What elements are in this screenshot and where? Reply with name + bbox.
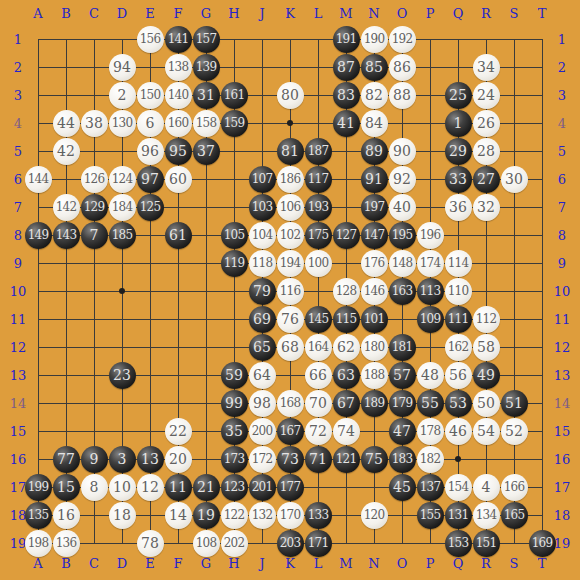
- black-stone-M14: 67: [333, 390, 360, 417]
- white-stone-F4: 160: [165, 110, 192, 137]
- white-stone-J15: 200: [249, 418, 276, 445]
- column-label-L: L: [304, 6, 332, 21]
- column-label-D: D: [108, 556, 136, 571]
- white-stone-R4: 26: [473, 110, 500, 137]
- white-stone-R12: 58: [473, 334, 500, 361]
- column-label-M: M: [332, 6, 360, 21]
- column-label-N: N: [360, 556, 388, 571]
- column-label-Q: Q: [444, 556, 472, 571]
- white-stone-M12: 62: [333, 334, 360, 361]
- board-grid: 1561411571911901929413813987858634215014…: [24, 25, 556, 557]
- black-stone-H4: 159: [221, 110, 248, 137]
- black-stone-J10: 79: [249, 278, 276, 305]
- black-stone-Q4: 1: [445, 110, 472, 137]
- white-stone-N4: 84: [361, 110, 388, 137]
- white-stone-P15: 178: [417, 418, 444, 445]
- black-stone-L18: 133: [305, 502, 332, 529]
- black-stone-H13: 59: [221, 362, 248, 389]
- white-stone-F16: 20: [165, 446, 192, 473]
- white-stone-N1: 190: [361, 26, 388, 53]
- black-stone-L19: 171: [305, 530, 332, 557]
- column-label-D: D: [108, 6, 136, 21]
- black-stone-M2: 87: [333, 54, 360, 81]
- column-label-E: E: [136, 556, 164, 571]
- white-stone-R15: 54: [473, 418, 500, 445]
- column-label-K: K: [276, 6, 304, 21]
- column-label-C: C: [80, 556, 108, 571]
- white-stone-O7: 40: [389, 194, 416, 221]
- black-stone-J6: 107: [249, 166, 276, 193]
- white-stone-N18: 120: [361, 502, 388, 529]
- black-stone-G5: 37: [193, 138, 220, 165]
- white-stone-O2: 86: [389, 54, 416, 81]
- white-stone-B4: 44: [53, 110, 80, 137]
- white-stone-D2: 94: [109, 54, 136, 81]
- white-stone-J8: 104: [249, 222, 276, 249]
- column-label-O: O: [388, 6, 416, 21]
- white-stone-G4: 158: [193, 110, 220, 137]
- column-label-G: G: [192, 6, 220, 21]
- black-stone-H14: 99: [221, 390, 248, 417]
- black-stone-J11: 69: [249, 306, 276, 333]
- column-label-H: H: [220, 556, 248, 571]
- white-stone-R5: 28: [473, 138, 500, 165]
- white-stone-D18: 18: [109, 502, 136, 529]
- black-stone-G17: 21: [193, 474, 220, 501]
- white-stone-H19: 202: [221, 530, 248, 557]
- white-stone-N12: 180: [361, 334, 388, 361]
- black-stone-M4: 41: [333, 110, 360, 137]
- white-stone-K9: 194: [277, 250, 304, 277]
- white-stone-L9: 100: [305, 250, 332, 277]
- white-stone-C6: 126: [81, 166, 108, 193]
- black-stone-O16: 183: [389, 446, 416, 473]
- column-label-A: A: [24, 6, 52, 21]
- black-stone-S18: 165: [501, 502, 528, 529]
- white-stone-F18: 14: [165, 502, 192, 529]
- black-stone-S14: 51: [501, 390, 528, 417]
- white-stone-N10: 146: [361, 278, 388, 305]
- black-stone-H15: 35: [221, 418, 248, 445]
- column-label-A: A: [24, 556, 52, 571]
- white-stone-M10: 128: [333, 278, 360, 305]
- white-stone-B5: 42: [53, 138, 80, 165]
- black-stone-T19: 169: [529, 530, 556, 557]
- black-stone-M8: 127: [333, 222, 360, 249]
- white-stone-A19: 198: [25, 530, 52, 557]
- black-stone-N14: 189: [361, 390, 388, 417]
- white-stone-M15: 74: [333, 418, 360, 445]
- white-stone-O6: 92: [389, 166, 416, 193]
- white-stone-K18: 170: [277, 502, 304, 529]
- black-stone-P14: 55: [417, 390, 444, 417]
- black-stone-C8: 7: [81, 222, 108, 249]
- black-stone-N5: 89: [361, 138, 388, 165]
- black-stone-O17: 45: [389, 474, 416, 501]
- black-stone-O8: 195: [389, 222, 416, 249]
- black-stone-R6: 27: [473, 166, 500, 193]
- black-stone-Q19: 153: [445, 530, 472, 557]
- black-stone-Q18: 131: [445, 502, 472, 529]
- black-stone-N2: 85: [361, 54, 388, 81]
- black-stone-Q11: 111: [445, 306, 472, 333]
- column-label-F: F: [164, 556, 192, 571]
- black-stone-N16: 75: [361, 446, 388, 473]
- white-stone-E4: 6: [137, 110, 164, 137]
- column-label-B: B: [52, 6, 80, 21]
- black-stone-H8: 105: [221, 222, 248, 249]
- black-stone-N6: 91: [361, 166, 388, 193]
- white-stone-G19: 108: [193, 530, 220, 557]
- black-stone-K17: 177: [277, 474, 304, 501]
- column-label-R: R: [472, 6, 500, 21]
- black-stone-A17: 199: [25, 474, 52, 501]
- white-stone-Q9: 114: [445, 250, 472, 277]
- black-stone-F5: 95: [165, 138, 192, 165]
- column-label-O: O: [388, 556, 416, 571]
- black-stone-N11: 101: [361, 306, 388, 333]
- white-stone-L15: 72: [305, 418, 332, 445]
- black-stone-O12: 181: [389, 334, 416, 361]
- black-stone-R13: 49: [473, 362, 500, 389]
- column-label-S: S: [500, 6, 528, 21]
- black-stone-A8: 149: [25, 222, 52, 249]
- black-stone-K19: 203: [277, 530, 304, 557]
- black-stone-O10: 163: [389, 278, 416, 305]
- white-stone-K10: 116: [277, 278, 304, 305]
- white-stone-O9: 148: [389, 250, 416, 277]
- black-stone-F1: 141: [165, 26, 192, 53]
- white-stone-R14: 50: [473, 390, 500, 417]
- white-stone-R11: 112: [473, 306, 500, 333]
- black-stone-G18: 19: [193, 502, 220, 529]
- black-stone-H3: 161: [221, 82, 248, 109]
- black-stone-L16: 71: [305, 446, 332, 473]
- white-stone-O5: 90: [389, 138, 416, 165]
- black-stone-L7: 193: [305, 194, 332, 221]
- column-label-S: S: [500, 556, 528, 571]
- column-label-F: F: [164, 6, 192, 21]
- black-stone-E7: 125: [137, 194, 164, 221]
- black-stone-R19: 151: [473, 530, 500, 557]
- column-label-Q: Q: [444, 6, 472, 21]
- white-stone-J13: 64: [249, 362, 276, 389]
- black-stone-J7: 103: [249, 194, 276, 221]
- white-stone-E1: 156: [137, 26, 164, 53]
- white-stone-K8: 102: [277, 222, 304, 249]
- white-stone-L14: 70: [305, 390, 332, 417]
- black-stone-G2: 139: [193, 54, 220, 81]
- black-stone-K16: 73: [277, 446, 304, 473]
- black-stone-D8: 185: [109, 222, 136, 249]
- white-stone-S15: 52: [501, 418, 528, 445]
- white-stone-D3: 2: [109, 82, 136, 109]
- black-stone-B8: 143: [53, 222, 80, 249]
- white-stone-K11: 76: [277, 306, 304, 333]
- black-stone-K5: 81: [277, 138, 304, 165]
- black-stone-F8: 61: [165, 222, 192, 249]
- white-stone-D4: 130: [109, 110, 136, 137]
- black-stone-G3: 31: [193, 82, 220, 109]
- black-stone-H9: 119: [221, 250, 248, 277]
- black-stone-M16: 121: [333, 446, 360, 473]
- white-stone-E3: 150: [137, 82, 164, 109]
- white-stone-B19: 136: [53, 530, 80, 557]
- white-stone-P16: 182: [417, 446, 444, 473]
- white-stone-L12: 164: [305, 334, 332, 361]
- white-stone-D7: 184: [109, 194, 136, 221]
- black-stone-Q5: 29: [445, 138, 472, 165]
- white-stone-E19: 78: [137, 530, 164, 557]
- white-stone-R3: 24: [473, 82, 500, 109]
- white-stone-J14: 98: [249, 390, 276, 417]
- column-label-G: G: [192, 556, 220, 571]
- black-stone-L6: 117: [305, 166, 332, 193]
- white-stone-Q13: 56: [445, 362, 472, 389]
- black-stone-O15: 47: [389, 418, 416, 445]
- white-stone-D17: 10: [109, 474, 136, 501]
- white-stone-O3: 88: [389, 82, 416, 109]
- column-label-K: K: [276, 556, 304, 571]
- column-label-H: H: [220, 6, 248, 21]
- black-stone-D16: 3: [109, 446, 136, 473]
- column-label-T: T: [528, 6, 556, 21]
- white-stone-J9: 118: [249, 250, 276, 277]
- black-stone-K15: 167: [277, 418, 304, 445]
- white-stone-J18: 132: [249, 502, 276, 529]
- black-stone-E6: 97: [137, 166, 164, 193]
- white-stone-K3: 80: [277, 82, 304, 109]
- black-stone-N7: 197: [361, 194, 388, 221]
- black-stone-C7: 129: [81, 194, 108, 221]
- black-stone-O13: 57: [389, 362, 416, 389]
- black-stone-N8: 147: [361, 222, 388, 249]
- black-stone-B17: 15: [53, 474, 80, 501]
- black-stone-D13: 23: [109, 362, 136, 389]
- black-stone-P17: 137: [417, 474, 444, 501]
- white-stone-K6: 186: [277, 166, 304, 193]
- white-stone-B18: 16: [53, 502, 80, 529]
- black-stone-Q3: 25: [445, 82, 472, 109]
- white-stone-A6: 144: [25, 166, 52, 193]
- white-stone-Q7: 36: [445, 194, 472, 221]
- white-stone-O1: 192: [389, 26, 416, 53]
- white-stone-R18: 134: [473, 502, 500, 529]
- white-stone-Q12: 162: [445, 334, 472, 361]
- white-stone-E5: 96: [137, 138, 164, 165]
- black-stone-M13: 63: [333, 362, 360, 389]
- white-stone-F2: 138: [165, 54, 192, 81]
- black-stone-Q14: 53: [445, 390, 472, 417]
- black-stone-A18: 135: [25, 502, 52, 529]
- white-stone-F3: 140: [165, 82, 192, 109]
- white-stone-S6: 30: [501, 166, 528, 193]
- black-stone-J17: 201: [249, 474, 276, 501]
- black-stone-M1: 191: [333, 26, 360, 53]
- white-stone-N9: 176: [361, 250, 388, 277]
- black-stone-M11: 115: [333, 306, 360, 333]
- black-stone-L8: 175: [305, 222, 332, 249]
- white-stone-D6: 124: [109, 166, 136, 193]
- white-stone-K14: 168: [277, 390, 304, 417]
- white-stone-P13: 48: [417, 362, 444, 389]
- column-label-J: J: [248, 6, 276, 21]
- column-label-N: N: [360, 6, 388, 21]
- white-stone-F6: 60: [165, 166, 192, 193]
- white-stone-R2: 34: [473, 54, 500, 81]
- column-label-R: R: [472, 556, 500, 571]
- white-stone-J16: 172: [249, 446, 276, 473]
- white-stone-K12: 68: [277, 334, 304, 361]
- go-board-diagram: ABCDEFGHJKLMNOPQRST ABCDEFGHJKLMNOPQRST …: [0, 0, 580, 580]
- column-label-P: P: [416, 6, 444, 21]
- black-stone-L5: 187: [305, 138, 332, 165]
- black-stone-L11: 145: [305, 306, 332, 333]
- column-label-T: T: [528, 556, 556, 571]
- black-stone-P11: 109: [417, 306, 444, 333]
- white-stone-E17: 12: [137, 474, 164, 501]
- white-stone-Q15: 46: [445, 418, 472, 445]
- white-stone-S17: 166: [501, 474, 528, 501]
- white-stone-F15: 22: [165, 418, 192, 445]
- black-stone-P18: 155: [417, 502, 444, 529]
- column-label-M: M: [332, 556, 360, 571]
- black-stone-P10: 113: [417, 278, 444, 305]
- black-stone-Q6: 33: [445, 166, 472, 193]
- column-labels-top: ABCDEFGHJKLMNOPQRST: [24, 6, 556, 21]
- column-label-L: L: [304, 556, 332, 571]
- white-stone-P9: 174: [417, 250, 444, 277]
- black-stone-G1: 157: [193, 26, 220, 53]
- black-stone-B16: 77: [53, 446, 80, 473]
- white-stone-B7: 142: [53, 194, 80, 221]
- column-label-B: B: [52, 556, 80, 571]
- black-stone-H17: 123: [221, 474, 248, 501]
- column-label-E: E: [136, 6, 164, 21]
- white-stone-N3: 82: [361, 82, 388, 109]
- black-stone-O14: 179: [389, 390, 416, 417]
- column-label-C: C: [80, 6, 108, 21]
- column-label-P: P: [416, 556, 444, 571]
- white-stone-C4: 38: [81, 110, 108, 137]
- white-stone-R7: 32: [473, 194, 500, 221]
- white-stone-H18: 122: [221, 502, 248, 529]
- white-stone-Q10: 110: [445, 278, 472, 305]
- white-stone-Q17: 154: [445, 474, 472, 501]
- white-stone-R17: 4: [473, 474, 500, 501]
- white-stone-N13: 188: [361, 362, 388, 389]
- column-labels-bottom: ABCDEFGHJKLMNOPQRST: [24, 556, 556, 571]
- white-stone-P8: 196: [417, 222, 444, 249]
- black-stone-F17: 11: [165, 474, 192, 501]
- black-stone-H16: 173: [221, 446, 248, 473]
- black-stone-C16: 9: [81, 446, 108, 473]
- black-stone-E16: 13: [137, 446, 164, 473]
- white-stone-K7: 106: [277, 194, 304, 221]
- white-stone-C17: 8: [81, 474, 108, 501]
- white-stone-L13: 66: [305, 362, 332, 389]
- black-stone-M3: 83: [333, 82, 360, 109]
- column-label-J: J: [248, 556, 276, 571]
- black-stone-J12: 65: [249, 334, 276, 361]
